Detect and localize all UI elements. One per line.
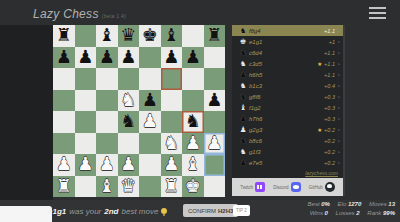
white-knight-piece: ♞ bbox=[120, 90, 136, 112]
square-b1[interactable] bbox=[75, 176, 97, 198]
move-row-f6g4[interactable]: ·♞f6g4+1.1◔ bbox=[232, 25, 343, 36]
clock-icon: ◔ bbox=[337, 127, 340, 133]
square-f1[interactable]: ♜ bbox=[161, 176, 183, 198]
move-row-g8f6[interactable]: ·♞g8f6+0.3◔ bbox=[232, 91, 343, 102]
square-h7[interactable] bbox=[204, 47, 226, 69]
eval-label: +0.3 bbox=[324, 105, 335, 111]
black-pawn-icon: ♟ bbox=[239, 113, 247, 124]
square-d3[interactable] bbox=[118, 133, 140, 155]
white-bishop-icon: ♝ bbox=[239, 102, 247, 113]
square-c7[interactable]: ♟ bbox=[96, 47, 118, 69]
move-label: g8f6 bbox=[249, 94, 324, 100]
stat-rank-value: 99% bbox=[383, 210, 395, 216]
square-h5[interactable]: ♟ bbox=[204, 90, 226, 112]
move-row-f1g2[interactable]: ·♝f1g2+0.3◔ bbox=[232, 102, 343, 113]
tip-badge[interactable]: TIP 2 bbox=[233, 205, 250, 216]
eval-label: +1.1 bbox=[324, 50, 335, 56]
white-pawn-piece: ♟ bbox=[163, 154, 179, 176]
black-bishop-piece: ♝ bbox=[163, 25, 179, 47]
square-c5[interactable] bbox=[96, 90, 118, 112]
clock-icon: ◔ bbox=[337, 28, 340, 34]
move-label: f6g4 bbox=[249, 28, 324, 34]
square-b5[interactable] bbox=[75, 90, 97, 112]
move-label: g1f3 bbox=[249, 149, 324, 155]
square-d6[interactable] bbox=[118, 68, 140, 90]
square-f6[interactable] bbox=[161, 68, 183, 90]
hamburger-menu-icon[interactable] bbox=[369, 7, 386, 9]
feedback-mid: was your bbox=[69, 207, 101, 216]
square-h2[interactable] bbox=[204, 154, 226, 176]
white-king-piece: ♚ bbox=[185, 176, 201, 198]
black-bishop-piece: ♝ bbox=[99, 25, 115, 47]
social-bar: Twitch Discord GitHub bbox=[232, 178, 343, 196]
move-label: b1c3 bbox=[249, 83, 324, 89]
move-label: b8c6 bbox=[249, 138, 324, 144]
move-row-h6h5[interactable]: ·♟h6h5+1.1◔ bbox=[232, 69, 343, 80]
black-knight-piece: ♞ bbox=[185, 111, 201, 133]
github-link[interactable]: GitHub bbox=[309, 182, 335, 192]
clock-icon: ◔ bbox=[337, 94, 340, 100]
black-rook-piece: ♜ bbox=[206, 25, 222, 47]
move-row-g2g3[interactable]: ·♟g2g3★+0.2◔ bbox=[232, 124, 343, 135]
stat-wins-value: 0 bbox=[325, 210, 328, 216]
eval-label: +1.1 bbox=[324, 72, 335, 78]
square-f7[interactable]: ♟ bbox=[161, 47, 183, 69]
black-knight-icon: ♞ bbox=[239, 25, 247, 36]
lightbulb-icon bbox=[161, 208, 167, 214]
eval-label: +0.2 bbox=[324, 160, 335, 166]
square-g8[interactable] bbox=[182, 25, 204, 47]
square-d4[interactable]: ♞ bbox=[118, 111, 140, 133]
move-row-g1f3[interactable]: ·♞g1f3+0.2◔ bbox=[232, 146, 343, 157]
square-c4[interactable] bbox=[96, 111, 118, 133]
move-row-e7e5[interactable]: ·♟e7e5+0.2◔ bbox=[232, 157, 343, 168]
eval-label: +0.3 bbox=[324, 116, 335, 122]
square-c8[interactable]: ♝ bbox=[96, 25, 118, 47]
eval-label: +1 bbox=[329, 39, 335, 45]
eval-label: +0.4 bbox=[324, 83, 335, 89]
square-f2[interactable]: ♟ bbox=[161, 154, 183, 176]
discord-link[interactable]: Discord bbox=[273, 182, 300, 192]
white-pawn-piece: ♟ bbox=[206, 133, 222, 155]
clock-icon: ◔ bbox=[337, 149, 340, 155]
page-title: Lazy Chess(beta 1.4) bbox=[33, 7, 126, 21]
square-h8[interactable]: ♜ bbox=[204, 25, 226, 47]
clock-icon: ◔ bbox=[337, 50, 340, 56]
square-h1[interactable] bbox=[204, 176, 226, 198]
panel-footer-link[interactable]: lazychess.com bbox=[232, 168, 343, 178]
white-pawn-piece: ♟ bbox=[56, 154, 72, 176]
twitch-icon[interactable] bbox=[255, 182, 265, 192]
square-g3[interactable]: ♟ bbox=[182, 133, 204, 155]
white-bishop-piece: ♝ bbox=[185, 154, 201, 176]
square-c1[interactable]: ♝ bbox=[96, 176, 118, 198]
square-h4[interactable] bbox=[204, 111, 226, 133]
move-row-b1c3[interactable]: ·♞b1c3+0.4◔ bbox=[232, 80, 343, 91]
square-b6[interactable] bbox=[75, 68, 97, 90]
black-pawn-piece: ♟ bbox=[206, 90, 222, 112]
black-pawn-icon: ♟ bbox=[239, 157, 247, 168]
stats-row-1: Best 0% Elo 1270 Moves 13 bbox=[308, 200, 395, 209]
square-b2[interactable]: ♟ bbox=[75, 154, 97, 176]
move-feedback-message: e1g1 was your 2nd best move bbox=[48, 204, 167, 218]
square-d7[interactable]: ♟ bbox=[118, 47, 140, 69]
square-e8[interactable]: ♚ bbox=[139, 25, 161, 47]
white-pawn-piece: ♟ bbox=[120, 154, 136, 176]
square-d1[interactable]: ♛ bbox=[118, 176, 140, 198]
move-row-c6d4[interactable]: ·♞c6d4+1.1◔ bbox=[232, 47, 343, 58]
stat-best-label: Best bbox=[308, 201, 320, 207]
twitch-label: Twitch bbox=[240, 185, 253, 190]
feedback-rank: 2nd bbox=[104, 207, 118, 216]
twitch-link[interactable]: Twitch bbox=[240, 182, 265, 192]
black-king-piece: ♚ bbox=[142, 25, 158, 47]
black-pawn-piece: ♟ bbox=[185, 47, 201, 69]
white-pawn-piece: ♟ bbox=[185, 133, 201, 155]
discord-icon[interactable] bbox=[291, 182, 301, 192]
stat-wins-label: Wins bbox=[310, 210, 323, 216]
black-pawn-piece: ♟ bbox=[77, 47, 93, 69]
square-e5[interactable]: ♟ bbox=[139, 90, 161, 112]
black-knight-icon: ♞ bbox=[239, 47, 247, 58]
white-pawn-piece: ♟ bbox=[77, 154, 93, 176]
stat-best-value: 0% bbox=[321, 201, 330, 207]
white-bishop-piece: ♝ bbox=[99, 176, 115, 198]
black-knight-icon: ♞ bbox=[239, 135, 247, 146]
move-list: ·♞f6g4+1.1◔·♚e1g1+1◔·♞c6d4+1.1◔·♞c3d5★+1… bbox=[232, 25, 343, 168]
move-row-h7h6[interactable]: ·♟h7h6+0.3◔ bbox=[232, 113, 343, 124]
star-icon: ★ bbox=[317, 61, 322, 67]
square-g1[interactable]: ♚ bbox=[182, 176, 204, 198]
stat-moves-label: Moves bbox=[369, 201, 387, 207]
square-c2[interactable]: ♟ bbox=[96, 154, 118, 176]
move-row-c3d5[interactable]: ·♞c3d5★+1.1◔ bbox=[232, 58, 343, 69]
square-e7[interactable] bbox=[139, 47, 161, 69]
black-pawn-icon: ♟ bbox=[239, 69, 247, 80]
move-label: h7h6 bbox=[249, 116, 324, 122]
github-icon[interactable] bbox=[325, 182, 335, 192]
move-list-panel: ·♞f6g4+1.1◔·♚e1g1+1◔·♞c6d4+1.1◔·♞c3d5★+1… bbox=[232, 25, 345, 196]
square-f5[interactable] bbox=[161, 90, 183, 112]
square-d5[interactable]: ♞ bbox=[118, 90, 140, 112]
clock-icon: ◔ bbox=[337, 61, 340, 67]
square-h6[interactable] bbox=[204, 68, 226, 90]
player-stats: Best 0% Elo 1270 Moves 13 Wins 0 Losses … bbox=[308, 200, 395, 218]
move-label: h6h5 bbox=[249, 72, 324, 78]
square-g2[interactable]: ♝ bbox=[182, 154, 204, 176]
white-knight-icon: ♞ bbox=[239, 80, 247, 91]
square-a3[interactable] bbox=[53, 133, 75, 155]
lazy-chess-app: Lazy Chess(beta 1.4) ♜♝♛♚♝♜♟♟♟♟♟♟♞♟♟♞♟♞♞… bbox=[0, 0, 400, 222]
confirm-move-button[interactable]: CONFIRM H2H3 bbox=[183, 204, 238, 217]
eval-label: +0.3 bbox=[324, 94, 335, 100]
eval-label: +0.2 bbox=[324, 127, 335, 133]
clock-icon: ◔ bbox=[337, 116, 340, 122]
bottom-left-card bbox=[0, 206, 52, 222]
square-e1[interactable] bbox=[139, 176, 161, 198]
square-c6[interactable] bbox=[96, 68, 118, 90]
move-row-e1g1[interactable]: ·♚e1g1+1◔ bbox=[232, 36, 343, 47]
eval-label: +1.1 bbox=[324, 61, 335, 67]
square-g7[interactable]: ♟ bbox=[182, 47, 204, 69]
eval-label: +1.1 bbox=[324, 28, 335, 34]
confirm-label: CONFIRM bbox=[188, 208, 216, 214]
feedback-tail: best move bbox=[121, 207, 158, 216]
black-pawn-piece: ♟ bbox=[56, 47, 72, 69]
black-knight-icon: ♞ bbox=[239, 91, 247, 102]
eval-label: +0.2 bbox=[324, 149, 335, 155]
clock-icon: ◔ bbox=[337, 160, 340, 166]
square-d2[interactable]: ♟ bbox=[118, 154, 140, 176]
left-margin-strip bbox=[0, 25, 53, 202]
square-c3[interactable] bbox=[96, 133, 118, 155]
square-d8[interactable]: ♛ bbox=[118, 25, 140, 47]
white-king-icon: ♚ bbox=[239, 36, 247, 47]
stat-elo-label: Elo bbox=[338, 201, 347, 207]
move-label: e7e5 bbox=[249, 160, 324, 166]
clock-icon: ◔ bbox=[337, 72, 340, 78]
clock-icon: ◔ bbox=[337, 39, 340, 45]
square-b7[interactable]: ♟ bbox=[75, 47, 97, 69]
square-a6[interactable] bbox=[53, 68, 75, 90]
star-icon: ★ bbox=[317, 127, 322, 133]
feedback-move: e1g1 bbox=[48, 207, 66, 216]
stat-losses-label: Losses bbox=[336, 210, 355, 216]
square-f3[interactable]: ♞ bbox=[161, 133, 183, 155]
square-a5[interactable] bbox=[53, 90, 75, 112]
square-a7[interactable]: ♟ bbox=[53, 47, 75, 69]
move-label: e1g1 bbox=[249, 39, 329, 45]
clock-icon: ◔ bbox=[337, 83, 340, 89]
square-b3[interactable] bbox=[75, 133, 97, 155]
github-label: GitHub bbox=[309, 185, 323, 190]
move-label: c3d5 bbox=[249, 61, 317, 67]
clock-icon: ◔ bbox=[337, 105, 340, 111]
square-b8[interactable] bbox=[75, 25, 97, 47]
move-label: g2g3 bbox=[249, 127, 317, 133]
square-a1[interactable]: ♜ bbox=[53, 176, 75, 198]
square-e3[interactable] bbox=[139, 133, 161, 155]
square-b4[interactable] bbox=[75, 111, 97, 133]
white-knight-icon: ♞ bbox=[239, 146, 247, 157]
stats-row-2: Wins 0 Losses 2 Rank 99% bbox=[308, 209, 395, 218]
square-a2[interactable]: ♟ bbox=[53, 154, 75, 176]
discord-label: Discord bbox=[273, 185, 288, 190]
black-pawn-piece: ♟ bbox=[99, 47, 115, 69]
black-pawn-piece: ♟ bbox=[142, 90, 158, 112]
square-g5[interactable] bbox=[182, 90, 204, 112]
white-pawn-piece: ♟ bbox=[99, 154, 115, 176]
move-row-b8c6[interactable]: ·♞b8c6+0.2◔ bbox=[232, 135, 343, 146]
eval-label: +0.2 bbox=[324, 138, 335, 144]
stat-losses-value: 2 bbox=[356, 210, 359, 216]
black-rook-piece: ♜ bbox=[56, 25, 72, 47]
square-e4[interactable]: ♟ bbox=[139, 111, 161, 133]
white-pawn-piece: ♟ bbox=[142, 111, 158, 133]
app-version-label: (beta 1.4) bbox=[102, 13, 126, 19]
white-knight-piece: ♞ bbox=[163, 133, 179, 155]
square-e2[interactable] bbox=[139, 154, 161, 176]
square-a8[interactable]: ♜ bbox=[53, 25, 75, 47]
square-h3[interactable]: ♟ bbox=[204, 133, 226, 155]
stat-rank-label: Rank bbox=[367, 210, 381, 216]
square-f4[interactable] bbox=[161, 111, 183, 133]
stat-elo-value: 1270 bbox=[348, 201, 361, 207]
black-pawn-piece: ♟ bbox=[120, 47, 136, 69]
confirm-move-text: H2H3 bbox=[218, 208, 233, 214]
square-g6[interactable] bbox=[182, 68, 204, 90]
white-pawn-icon: ♟ bbox=[239, 124, 247, 135]
black-knight-piece: ♞ bbox=[120, 111, 136, 133]
move-label: c6d4 bbox=[249, 50, 324, 56]
clock-icon: ◔ bbox=[337, 138, 340, 144]
chess-board: ♜♝♛♚♝♜♟♟♟♟♟♟♞♟♟♞♟♞♞♟♟♟♟♟♟♟♝♜♝♛♜♚ bbox=[53, 25, 225, 197]
move-label: f1g2 bbox=[249, 105, 324, 111]
white-rook-piece: ♜ bbox=[56, 176, 72, 198]
black-pawn-piece: ♟ bbox=[163, 47, 179, 69]
black-queen-piece: ♛ bbox=[120, 25, 136, 47]
square-a4[interactable] bbox=[53, 111, 75, 133]
square-f8[interactable]: ♝ bbox=[161, 25, 183, 47]
square-e6[interactable] bbox=[139, 68, 161, 90]
square-g4[interactable]: ♞ bbox=[182, 111, 204, 133]
white-rook-piece: ♜ bbox=[163, 176, 179, 198]
white-knight-icon: ♞ bbox=[239, 58, 247, 69]
stat-moves-value: 13 bbox=[388, 201, 395, 207]
white-queen-piece: ♛ bbox=[120, 176, 136, 198]
